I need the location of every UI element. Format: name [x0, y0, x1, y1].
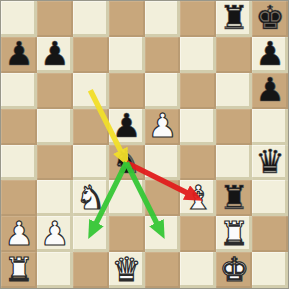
- square-g1[interactable]: ♚: [216, 252, 252, 288]
- square-b4[interactable]: [37, 145, 73, 181]
- square-d2[interactable]: [109, 216, 145, 252]
- square-f2[interactable]: [180, 216, 216, 252]
- square-e6[interactable]: [145, 73, 181, 109]
- square-e4[interactable]: [145, 145, 181, 181]
- square-a4[interactable]: [1, 145, 37, 181]
- square-d4[interactable]: ♞: [109, 145, 145, 181]
- square-b1[interactable]: [37, 252, 73, 288]
- square-c5[interactable]: [73, 109, 109, 145]
- square-a3[interactable]: [1, 180, 37, 216]
- square-h8[interactable]: ♚: [252, 1, 288, 37]
- square-g5[interactable]: [216, 109, 252, 145]
- piece-white-knight-c3[interactable]: ♞: [76, 181, 106, 214]
- piece-black-queen-h4[interactable]: ♛: [255, 145, 285, 178]
- piece-black-king-h8[interactable]: ♚: [255, 1, 285, 34]
- square-b3[interactable]: [37, 180, 73, 216]
- chess-board: ♜♚♟♟♟♟♟♟♞♛♞♝♜♟♟♜♜♛♚: [0, 0, 289, 289]
- piece-black-pawn-d5[interactable]: ♟: [112, 109, 142, 142]
- square-f8[interactable]: [180, 1, 216, 37]
- square-a1[interactable]: ♜: [1, 252, 37, 288]
- square-c7[interactable]: [73, 37, 109, 73]
- square-a8[interactable]: [1, 1, 37, 37]
- square-f7[interactable]: [180, 37, 216, 73]
- square-b5[interactable]: [37, 109, 73, 145]
- square-a6[interactable]: [1, 73, 37, 109]
- square-e8[interactable]: [145, 1, 181, 37]
- square-e3[interactable]: [145, 180, 181, 216]
- square-g3[interactable]: ♜: [216, 180, 252, 216]
- square-d5[interactable]: ♟: [109, 109, 145, 145]
- square-a7[interactable]: ♟: [1, 37, 37, 73]
- piece-black-pawn-h6[interactable]: ♟: [255, 73, 285, 106]
- piece-white-rook-g2[interactable]: ♜: [219, 217, 249, 250]
- piece-white-pawn-a2[interactable]: ♟: [4, 217, 34, 250]
- piece-white-pawn-b2[interactable]: ♟: [40, 217, 70, 250]
- piece-white-queen-d1[interactable]: ♛: [112, 253, 142, 286]
- piece-black-pawn-h7[interactable]: ♟: [255, 37, 285, 70]
- square-a5[interactable]: [1, 109, 37, 145]
- piece-white-bishop-f3[interactable]: ♝: [184, 181, 214, 214]
- square-f6[interactable]: [180, 73, 216, 109]
- square-g4[interactable]: [216, 145, 252, 181]
- square-f1[interactable]: [180, 252, 216, 288]
- square-c3[interactable]: ♞: [73, 180, 109, 216]
- square-c1[interactable]: [73, 252, 109, 288]
- piece-black-knight-d4[interactable]: ♞: [112, 145, 142, 178]
- square-g8[interactable]: ♜: [216, 1, 252, 37]
- square-h6[interactable]: ♟: [252, 73, 288, 109]
- square-a2[interactable]: ♟: [1, 216, 37, 252]
- square-c2[interactable]: [73, 216, 109, 252]
- square-h3[interactable]: [252, 180, 288, 216]
- piece-white-pawn-e5[interactable]: ♟: [148, 109, 178, 142]
- square-d6[interactable]: [109, 73, 145, 109]
- square-h1[interactable]: [252, 252, 288, 288]
- square-f3[interactable]: ♝: [180, 180, 216, 216]
- square-b8[interactable]: [37, 1, 73, 37]
- square-h2[interactable]: [252, 216, 288, 252]
- square-g6[interactable]: [216, 73, 252, 109]
- square-e5[interactable]: ♟: [145, 109, 181, 145]
- square-b6[interactable]: [37, 73, 73, 109]
- square-d8[interactable]: [109, 1, 145, 37]
- square-d7[interactable]: [109, 37, 145, 73]
- piece-black-pawn-a7[interactable]: ♟: [4, 37, 34, 70]
- square-h7[interactable]: ♟: [252, 37, 288, 73]
- piece-white-king-g1[interactable]: ♚: [219, 253, 249, 286]
- square-c6[interactable]: [73, 73, 109, 109]
- square-g7[interactable]: [216, 37, 252, 73]
- square-b7[interactable]: ♟: [37, 37, 73, 73]
- square-c4[interactable]: [73, 145, 109, 181]
- piece-black-pawn-b7[interactable]: ♟: [40, 37, 70, 70]
- chess-analysis-view: ♜♚♟♟♟♟♟♟♞♛♞♝♜♟♟♜♜♛♚: [0, 0, 289, 289]
- square-d1[interactable]: ♛: [109, 252, 145, 288]
- square-b2[interactable]: ♟: [37, 216, 73, 252]
- square-g2[interactable]: ♜: [216, 216, 252, 252]
- piece-black-rook-g3[interactable]: ♜: [219, 181, 249, 214]
- square-e1[interactable]: [145, 252, 181, 288]
- square-e7[interactable]: [145, 37, 181, 73]
- piece-black-rook-g8[interactable]: ♜: [219, 1, 249, 34]
- square-h4[interactable]: ♛: [252, 145, 288, 181]
- square-f4[interactable]: [180, 145, 216, 181]
- square-f5[interactable]: [180, 109, 216, 145]
- square-h5[interactable]: [252, 109, 288, 145]
- piece-white-rook-a1[interactable]: ♜: [4, 253, 34, 286]
- square-c8[interactable]: [73, 1, 109, 37]
- square-d3[interactable]: [109, 180, 145, 216]
- square-e2[interactable]: [145, 216, 181, 252]
